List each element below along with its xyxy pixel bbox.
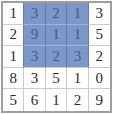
cell-r4-c1: 8: [3, 68, 24, 90]
cell-r5-c2: 6: [24, 89, 45, 111]
cell-r3-c1: 1: [3, 46, 24, 68]
cell-r1-c4: 1: [67, 3, 88, 25]
cell-r1-c2: 3: [24, 3, 45, 25]
cell-r3-c3: 2: [46, 46, 67, 68]
cell-r1-c3: 2: [46, 3, 67, 25]
cell-r5-c4: 2: [67, 89, 88, 111]
cell-r2-c1: 2: [3, 25, 24, 47]
cell-r2-c2: 9: [24, 25, 45, 47]
cell-r1-c1: 1: [3, 3, 24, 25]
cell-r4-c3: 5: [46, 68, 67, 90]
cell-r2-c5: 5: [89, 25, 110, 47]
cell-r3-c4: 3: [67, 46, 88, 68]
cell-r5-c1: 5: [3, 89, 24, 111]
cell-r4-c2: 3: [24, 68, 45, 90]
cell-r1-c5: 3: [89, 3, 110, 25]
cell-r5-c3: 1: [46, 89, 67, 111]
cell-r2-c4: 1: [67, 25, 88, 47]
puzzle-area: 1321329115132328351056129: [0, 0, 113, 114]
puzzle-grid: 1321329115132328351056129: [1, 1, 112, 113]
cell-r5-c5: 9: [89, 89, 110, 111]
cell-r3-c5: 2: [89, 46, 110, 68]
cell-r4-c5: 0: [89, 68, 110, 90]
cell-r4-c4: 1: [67, 68, 88, 90]
cell-r2-c3: 1: [46, 25, 67, 47]
cell-r3-c2: 3: [24, 46, 45, 68]
